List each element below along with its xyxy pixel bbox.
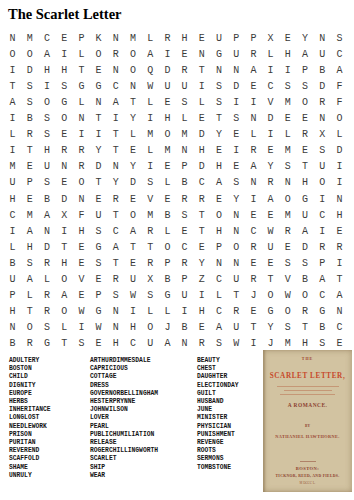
grid-cell-r12c15: E bbox=[245, 207, 262, 223]
word-list-item: EUROPE bbox=[9, 390, 89, 398]
grid-cell-r16c14: U bbox=[228, 272, 245, 288]
grid-cell-r9c4: N bbox=[56, 159, 73, 175]
grid-cell-r12c10: B bbox=[159, 207, 176, 223]
grid-cell-r2c20: C bbox=[331, 46, 348, 62]
grid-cell-r12c16: E bbox=[262, 207, 279, 223]
grid-cell-r6c10: H bbox=[159, 111, 176, 127]
grid-cell-r3c5: T bbox=[73, 62, 90, 78]
cover-publisher: TICKNOR, REED, AND FIELDS. bbox=[276, 474, 340, 478]
grid-cell-r5c17: M bbox=[279, 94, 296, 110]
cover-city: BOSTON: bbox=[296, 466, 320, 471]
grid-cell-r10c14: S bbox=[228, 175, 245, 191]
word-list-item: INHERITANCE bbox=[9, 406, 89, 414]
grid-cell-r1c9: L bbox=[142, 30, 159, 46]
grid-cell-r11c2: E bbox=[21, 191, 38, 207]
grid-cell-r16c11: P bbox=[176, 272, 193, 288]
grid-cell-r5c15: I bbox=[245, 94, 262, 110]
grid-cell-r7c17: L bbox=[279, 127, 296, 143]
grid-cell-r13c18: A bbox=[296, 223, 313, 239]
grid-cell-r14c6: G bbox=[90, 239, 107, 255]
grid-cell-r18c18: R bbox=[296, 304, 313, 320]
grid-cell-r20c13: S bbox=[210, 336, 227, 352]
grid-cell-r17c8: W bbox=[124, 288, 141, 304]
grid-cell-r9c5: R bbox=[73, 159, 90, 175]
grid-cell-r16c20: T bbox=[331, 272, 348, 288]
grid-cell-r19c8: H bbox=[124, 320, 141, 336]
grid-cell-r20c4: T bbox=[56, 336, 73, 352]
word-list-item: CHILD bbox=[9, 373, 89, 381]
grid-cell-r5c9: L bbox=[142, 94, 159, 110]
grid-cell-r20c14: W bbox=[228, 336, 245, 352]
grid-cell-r19c13: A bbox=[210, 320, 227, 336]
grid-cell-r11c8: E bbox=[124, 191, 141, 207]
grid-cell-r3c18: P bbox=[296, 62, 313, 78]
grid-cell-r13c19: I bbox=[314, 223, 331, 239]
grid-cell-r15c14: N bbox=[228, 255, 245, 271]
grid-cell-r14c12: E bbox=[193, 239, 210, 255]
grid-cell-r2c17: H bbox=[279, 46, 296, 62]
book-cover-image: THE SCARLET LETTER, A ROMANCE. BY NATHAN… bbox=[263, 350, 352, 492]
grid-cell-r15c2: S bbox=[21, 255, 38, 271]
word-list-item: MINISTER bbox=[197, 414, 261, 422]
grid-cell-r8c11: N bbox=[176, 143, 193, 159]
grid-cell-r15c11: R bbox=[176, 255, 193, 271]
grid-cell-r13c5: H bbox=[73, 223, 90, 239]
grid-cell-r20c5: S bbox=[73, 336, 90, 352]
grid-cell-r11c17: O bbox=[279, 191, 296, 207]
grid-cell-r6c1: I bbox=[4, 111, 21, 127]
grid-cell-r20c12: R bbox=[193, 336, 210, 352]
grid-cell-r16c2: A bbox=[21, 272, 38, 288]
grid-cell-r7c20: L bbox=[331, 127, 348, 143]
word-list-item: PUBLICHUMILIATION bbox=[90, 431, 196, 439]
cover-the: THE bbox=[302, 356, 313, 361]
grid-cell-r5c19: R bbox=[314, 94, 331, 110]
grid-cell-r15c7: T bbox=[107, 255, 124, 271]
grid-cell-r18c15: E bbox=[245, 304, 262, 320]
grid-cell-r13c15: C bbox=[245, 223, 262, 239]
grid-cell-r12c19: C bbox=[314, 207, 331, 223]
word-list-item: REVENGE bbox=[197, 439, 261, 447]
grid-cell-r11c14: Y bbox=[228, 191, 245, 207]
word-list-item: PHYSICIAN bbox=[197, 423, 261, 431]
grid-cell-r14c9: T bbox=[142, 239, 159, 255]
grid-cell-r2c15: R bbox=[245, 46, 262, 62]
grid-cell-r3c3: H bbox=[38, 62, 55, 78]
grid-cell-r8c4: R bbox=[56, 143, 73, 159]
grid-cell-r5c18: O bbox=[296, 94, 313, 110]
grid-cell-r7c12: D bbox=[193, 127, 210, 143]
grid-cell-r8c12: H bbox=[193, 143, 210, 159]
grid-cell-r7c11: M bbox=[176, 127, 193, 143]
grid-cell-r16c16: T bbox=[262, 272, 279, 288]
grid-cell-r7c9: M bbox=[142, 127, 159, 143]
grid-cell-r17c3: R bbox=[38, 288, 55, 304]
grid-cell-r5c1: A bbox=[4, 94, 21, 110]
grid-cell-r14c13: P bbox=[210, 239, 227, 255]
word-list-item: COTTAGE bbox=[90, 373, 196, 381]
grid-cell-r3c4: H bbox=[56, 62, 73, 78]
grid-cell-r17c1: P bbox=[4, 288, 21, 304]
grid-cell-r3c19: B bbox=[314, 62, 331, 78]
grid-cell-r10c12: C bbox=[193, 175, 210, 191]
grid-cell-r9c7: N bbox=[107, 159, 124, 175]
grid-cell-r5c13: S bbox=[210, 94, 227, 110]
word-list-item: LOVER bbox=[90, 414, 196, 422]
cover-author: NATHANIEL HAWTHORNE. bbox=[275, 434, 340, 439]
grid-cell-r18c7: N bbox=[107, 304, 124, 320]
grid-cell-r5c20: F bbox=[331, 94, 348, 110]
word-list-item: SHAME bbox=[9, 464, 89, 472]
grid-cell-r16c17: V bbox=[279, 272, 296, 288]
grid-cell-r10c15: N bbox=[245, 175, 262, 191]
grid-cell-r12c3: A bbox=[38, 207, 55, 223]
grid-cell-r5c11: S bbox=[176, 94, 193, 110]
grid-cell-r3c12: T bbox=[193, 62, 210, 78]
grid-cell-r9c2: E bbox=[21, 159, 38, 175]
grid-cell-r11c9: V bbox=[142, 191, 159, 207]
grid-cell-r14c20: R bbox=[331, 239, 348, 255]
grid-cell-r15c13: N bbox=[210, 255, 227, 271]
grid-cell-r15c5: E bbox=[73, 255, 90, 271]
grid-cell-r17c10: G bbox=[159, 288, 176, 304]
grid-cell-r18c5: W bbox=[73, 304, 90, 320]
grid-cell-r7c7: T bbox=[107, 127, 124, 143]
grid-cell-r18c19: G bbox=[314, 304, 331, 320]
grid-cell-r1c10: R bbox=[159, 30, 176, 46]
grid-cell-r9c17: S bbox=[279, 159, 296, 175]
grid-cell-r4c16: C bbox=[262, 78, 279, 94]
word-list-item: CHEST bbox=[197, 365, 261, 373]
grid-cell-r2c11: E bbox=[176, 46, 193, 62]
grid-cell-r4c14: D bbox=[228, 78, 245, 94]
grid-cell-r4c13: S bbox=[210, 78, 227, 94]
grid-cell-r2c5: L bbox=[73, 46, 90, 62]
grid-cell-r10c17: N bbox=[279, 175, 296, 191]
grid-cell-r6c8: Y bbox=[124, 111, 141, 127]
grid-cell-r10c19: O bbox=[314, 175, 331, 191]
grid-cell-r14c11: C bbox=[176, 239, 193, 255]
cover-fine-print-line bbox=[284, 390, 332, 391]
grid-cell-r13c13: H bbox=[210, 223, 227, 239]
grid-cell-r11c15: I bbox=[245, 191, 262, 207]
word-list-item: TOMBSTONE bbox=[197, 464, 261, 472]
grid-cell-r14c17: E bbox=[279, 239, 296, 255]
grid-cell-r17c14: T bbox=[228, 288, 245, 304]
word-list-item: SERMONS bbox=[197, 455, 261, 463]
grid-cell-r4c10: U bbox=[159, 78, 176, 94]
grid-cell-r13c20: E bbox=[331, 223, 348, 239]
grid-cell-r6c19: N bbox=[314, 111, 331, 127]
grid-cell-r2c8: O bbox=[124, 46, 141, 62]
grid-cell-r2c19: U bbox=[314, 46, 331, 62]
grid-cell-r19c4: L bbox=[56, 320, 73, 336]
letter-grid: NMCEPKNMLRHEUPPXEYNSOOAILOROAIENGURLHAUC… bbox=[4, 30, 348, 352]
grid-cell-r8c13: E bbox=[210, 143, 227, 159]
grid-cell-r8c2: T bbox=[21, 143, 38, 159]
grid-cell-r9c16: Y bbox=[262, 159, 279, 175]
grid-cell-r16c5: V bbox=[73, 272, 90, 288]
grid-cell-r1c18: Y bbox=[296, 30, 313, 46]
grid-cell-r15c1: B bbox=[4, 255, 21, 271]
grid-cell-r17c2: L bbox=[21, 288, 38, 304]
grid-cell-r17c5: E bbox=[73, 288, 90, 304]
grid-cell-r17c12: I bbox=[193, 288, 210, 304]
grid-cell-r9c13: H bbox=[210, 159, 227, 175]
grid-cell-r12c14: N bbox=[228, 207, 245, 223]
grid-cell-r6c17: E bbox=[279, 111, 296, 127]
grid-cell-r15c12: Y bbox=[193, 255, 210, 271]
grid-cell-r2c9: A bbox=[142, 46, 159, 62]
grid-cell-r12c1: C bbox=[4, 207, 21, 223]
word-list-item: DIGNITY bbox=[9, 382, 89, 390]
grid-cell-r4c5: G bbox=[73, 78, 90, 94]
word-list-item: SCARLET bbox=[90, 455, 196, 463]
grid-cell-r11c7: R bbox=[107, 191, 124, 207]
grid-cell-r10c13: A bbox=[210, 175, 227, 191]
grid-cell-r18c14: R bbox=[228, 304, 245, 320]
grid-cell-r6c16: D bbox=[262, 111, 279, 127]
grid-cell-r1c7: N bbox=[107, 30, 124, 46]
grid-cell-r8c7: T bbox=[107, 143, 124, 159]
grid-cell-r3c1: I bbox=[4, 62, 21, 78]
grid-cell-r1c4: E bbox=[56, 30, 73, 46]
grid-cell-r15c10: P bbox=[159, 255, 176, 271]
grid-cell-r8c3: H bbox=[38, 143, 55, 159]
grid-cell-r20c7: H bbox=[107, 336, 124, 352]
grid-cell-r1c5: P bbox=[73, 30, 90, 46]
grid-cell-r8c10: M bbox=[159, 143, 176, 159]
grid-cell-r13c6: S bbox=[90, 223, 107, 239]
grid-cell-r15c4: H bbox=[56, 255, 73, 271]
grid-cell-r14c8: T bbox=[124, 239, 141, 255]
grid-cell-r18c13: C bbox=[210, 304, 227, 320]
grid-cell-r1c13: U bbox=[210, 30, 227, 46]
grid-cell-r2c6: O bbox=[90, 46, 107, 62]
grid-cell-r6c6: T bbox=[90, 111, 107, 127]
grid-cell-r8c20: D bbox=[331, 143, 348, 159]
grid-cell-r10c2: P bbox=[21, 175, 38, 191]
word-list-item: WEAR bbox=[90, 472, 196, 480]
grid-cell-r7c5: I bbox=[73, 127, 90, 143]
grid-cell-r12c9: M bbox=[142, 207, 159, 223]
grid-cell-r5c14: I bbox=[228, 94, 245, 110]
grid-cell-r9c18: T bbox=[296, 159, 313, 175]
grid-cell-r18c16: G bbox=[262, 304, 279, 320]
word-list-item: HESTERPRYNNE bbox=[90, 398, 196, 406]
grid-cell-r12c17: M bbox=[279, 207, 296, 223]
grid-cell-r2c3: A bbox=[38, 46, 55, 62]
word-list-item: PEARL bbox=[90, 423, 196, 431]
grid-cell-r1c17: E bbox=[279, 30, 296, 46]
grid-cell-r20c15: I bbox=[245, 336, 262, 352]
word-list-item: ARTHURDIMMESDALE bbox=[90, 357, 196, 365]
word-list-item: ADULTERY bbox=[9, 357, 89, 365]
grid-cell-r7c3: S bbox=[38, 127, 55, 143]
grid-cell-r20c1: B bbox=[4, 336, 21, 352]
grid-cell-r11c12: R bbox=[193, 191, 210, 207]
grid-cell-r2c12: N bbox=[193, 46, 210, 62]
grid-cell-r8c6: Y bbox=[90, 143, 107, 159]
grid-cell-r7c8: L bbox=[124, 127, 141, 143]
grid-cell-r15c6: S bbox=[90, 255, 107, 271]
grid-cell-r3c8: O bbox=[124, 62, 141, 78]
grid-cell-r9c15: A bbox=[245, 159, 262, 175]
grid-cell-r6c18: E bbox=[296, 111, 313, 127]
grid-cell-r11c20: N bbox=[331, 191, 348, 207]
grid-cell-r19c3: S bbox=[38, 320, 55, 336]
grid-cell-r14c15: R bbox=[245, 239, 262, 255]
word-list-item: ELECTIONDAY bbox=[197, 382, 261, 390]
grid-cell-r11c6: E bbox=[90, 191, 107, 207]
grid-cell-r1c14: P bbox=[228, 30, 245, 46]
word-list-item: GUILT bbox=[197, 390, 261, 398]
word-list-item: UNRULY bbox=[9, 472, 89, 480]
grid-cell-r17c16: O bbox=[262, 288, 279, 304]
grid-cell-r17c6: P bbox=[90, 288, 107, 304]
grid-cell-r5c7: A bbox=[107, 94, 124, 110]
grid-cell-r17c11: U bbox=[176, 288, 193, 304]
grid-cell-r3c13: N bbox=[210, 62, 227, 78]
grid-cell-r4c1: T bbox=[4, 78, 21, 94]
grid-cell-r19c5: I bbox=[73, 320, 90, 336]
grid-cell-r12c12: T bbox=[193, 207, 210, 223]
grid-cell-r19c17: S bbox=[279, 320, 296, 336]
grid-cell-r15c9: R bbox=[142, 255, 159, 271]
grid-cell-r9c3: U bbox=[38, 159, 55, 175]
grid-cell-r16c4: O bbox=[56, 272, 73, 288]
grid-cell-r17c18: O bbox=[296, 288, 313, 304]
word-list-column-1: ADULTERYBOSTONCHILDDIGNITYEUROPEHERBSINH… bbox=[9, 357, 89, 480]
grid-cell-r19c10: J bbox=[159, 320, 176, 336]
grid-cell-r2c18: A bbox=[296, 46, 313, 62]
grid-cell-r10c11: B bbox=[176, 175, 193, 191]
grid-cell-r10c20: I bbox=[331, 175, 348, 191]
page-title: The Scarlet Letter bbox=[8, 6, 122, 23]
grid-cell-r19c12: E bbox=[193, 320, 210, 336]
grid-cell-r6c20: O bbox=[331, 111, 348, 127]
word-list-item: SCAFFOLD bbox=[9, 455, 89, 463]
grid-cell-r16c13: C bbox=[210, 272, 227, 288]
grid-cell-r17c9: S bbox=[142, 288, 159, 304]
grid-cell-r5c4: G bbox=[56, 94, 73, 110]
grid-cell-r18c4: O bbox=[56, 304, 73, 320]
word-list-item: BEAUTY bbox=[197, 357, 261, 365]
grid-cell-r3c10: D bbox=[159, 62, 176, 78]
grid-cell-r16c8: U bbox=[124, 272, 141, 288]
grid-cell-r14c16: U bbox=[262, 239, 279, 255]
grid-cell-r3c9: Q bbox=[142, 62, 159, 78]
grid-cell-r6c7: I bbox=[107, 111, 124, 127]
grid-cell-r5c6: N bbox=[90, 94, 107, 110]
grid-cell-r10c4: E bbox=[56, 175, 73, 191]
grid-cell-r4c11: U bbox=[176, 78, 193, 94]
grid-cell-r5c12: L bbox=[193, 94, 210, 110]
grid-cell-r14c19: R bbox=[314, 239, 331, 255]
word-list-item: REVEREND bbox=[9, 447, 89, 455]
word-list-item: CAPRICIOUS bbox=[90, 365, 196, 373]
grid-cell-r6c15: N bbox=[245, 111, 262, 127]
grid-cell-r12c11: S bbox=[176, 207, 193, 223]
grid-cell-r1c6: K bbox=[90, 30, 107, 46]
grid-cell-r13c17: R bbox=[279, 223, 296, 239]
grid-cell-r7c18: R bbox=[296, 127, 313, 143]
grid-cell-r19c18: T bbox=[296, 320, 313, 336]
grid-cell-r11c19: I bbox=[314, 191, 331, 207]
word-list-column-3: BEAUTYCHESTDAUGHTERELECTIONDAYGUILTHUSBA… bbox=[197, 357, 261, 472]
grid-cell-r9c6: D bbox=[90, 159, 107, 175]
grid-cell-r13c9: R bbox=[142, 223, 159, 239]
grid-cell-r7c1: L bbox=[4, 127, 21, 143]
grid-cell-r20c8: C bbox=[124, 336, 141, 352]
cover-fine-print-line bbox=[277, 386, 339, 387]
grid-cell-r18c10: L bbox=[159, 304, 176, 320]
grid-cell-r4c3: I bbox=[38, 78, 55, 94]
grid-cell-r18c8: I bbox=[124, 304, 141, 320]
grid-cell-r19c6: W bbox=[90, 320, 107, 336]
grid-cell-r7c6: I bbox=[90, 127, 107, 143]
grid-cell-r11c1: H bbox=[4, 191, 21, 207]
grid-cell-r15c8: E bbox=[124, 255, 141, 271]
grid-cell-r5c16: V bbox=[262, 94, 279, 110]
grid-cell-r10c3: S bbox=[38, 175, 55, 191]
grid-cell-r17c15: J bbox=[245, 288, 262, 304]
grid-cell-r10c6: T bbox=[90, 175, 107, 191]
grid-cell-r14c2: H bbox=[21, 239, 38, 255]
grid-cell-r18c9: L bbox=[142, 304, 159, 320]
grid-cell-r3c7: N bbox=[107, 62, 124, 78]
grid-cell-r4c15: E bbox=[245, 78, 262, 94]
grid-cell-r19c9: O bbox=[142, 320, 159, 336]
grid-cell-r13c4: I bbox=[56, 223, 73, 239]
grid-cell-r9c9: I bbox=[142, 159, 159, 175]
grid-cell-r12c18: U bbox=[296, 207, 313, 223]
grid-cell-r19c20: C bbox=[331, 320, 348, 336]
grid-cell-r11c3: B bbox=[38, 191, 55, 207]
grid-cell-r13c3: N bbox=[38, 223, 55, 239]
grid-cell-r8c19: S bbox=[314, 143, 331, 159]
grid-cell-r13c10: L bbox=[159, 223, 176, 239]
grid-cell-r1c16: X bbox=[262, 30, 279, 46]
grid-cell-r8c16: E bbox=[262, 143, 279, 159]
grid-cell-r19c7: N bbox=[107, 320, 124, 336]
grid-cell-r9c12: D bbox=[193, 159, 210, 175]
grid-cell-r3c16: I bbox=[262, 62, 279, 78]
grid-cell-r8c8: E bbox=[124, 143, 141, 159]
grid-cell-r10c9: S bbox=[142, 175, 159, 191]
grid-cell-r1c11: H bbox=[176, 30, 193, 46]
grid-cell-r16c9: X bbox=[142, 272, 159, 288]
grid-cell-r2c14: U bbox=[228, 46, 245, 62]
cover-year: M DCCC L. bbox=[300, 481, 316, 485]
cover-by: BY bbox=[305, 424, 310, 428]
grid-cell-r8c17: M bbox=[279, 143, 296, 159]
grid-cell-r19c16: Y bbox=[262, 320, 279, 336]
grid-cell-r20c10: A bbox=[159, 336, 176, 352]
grid-cell-r3c15: A bbox=[245, 62, 262, 78]
grid-cell-r18c1: H bbox=[4, 304, 21, 320]
grid-cell-r11c10: E bbox=[159, 191, 176, 207]
grid-cell-r6c12: E bbox=[193, 111, 210, 127]
grid-cell-r6c11: L bbox=[176, 111, 193, 127]
grid-cell-r1c19: N bbox=[314, 30, 331, 46]
grid-cell-r17c13: L bbox=[210, 288, 227, 304]
grid-cell-r16c19: A bbox=[314, 272, 331, 288]
grid-cell-r7c4: E bbox=[56, 127, 73, 143]
grid-cell-r16c10: B bbox=[159, 272, 176, 288]
grid-cell-r19c19: B bbox=[314, 320, 331, 336]
grid-cell-r12c20: H bbox=[331, 207, 348, 223]
